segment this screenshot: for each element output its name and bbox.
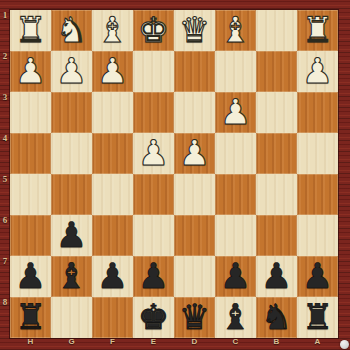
square-f8[interactable] xyxy=(92,297,133,338)
file-label-e: E xyxy=(133,337,174,350)
square-a6[interactable] xyxy=(297,215,338,256)
file-label-a: A xyxy=(297,337,338,350)
square-d1[interactable]: ♛ xyxy=(174,10,215,51)
square-b7[interactable]: ♟ xyxy=(256,256,297,297)
piece-black-pawn[interactable]: ♟ xyxy=(138,259,169,294)
piece-black-king[interactable]: ♚ xyxy=(138,300,169,335)
piece-white-pawn[interactable]: ♟ xyxy=(302,54,333,89)
piece-white-pawn[interactable]: ♟ xyxy=(220,95,251,130)
square-e1[interactable]: ♚ xyxy=(133,10,174,51)
square-g1[interactable]: ♞ xyxy=(51,10,92,51)
square-h7[interactable]: ♟ xyxy=(10,256,51,297)
square-f2[interactable]: ♟ xyxy=(92,51,133,92)
square-e3[interactable] xyxy=(133,92,174,133)
square-e7[interactable]: ♟ xyxy=(133,256,174,297)
white-turn-indicator xyxy=(340,340,349,349)
square-h6[interactable] xyxy=(10,215,51,256)
square-b6[interactable] xyxy=(256,215,297,256)
square-d2[interactable] xyxy=(174,51,215,92)
square-a5[interactable] xyxy=(297,174,338,215)
square-g3[interactable] xyxy=(51,92,92,133)
piece-white-pawn[interactable]: ♟ xyxy=(56,54,87,89)
piece-black-pawn[interactable]: ♟ xyxy=(220,259,251,294)
square-d5[interactable] xyxy=(174,174,215,215)
square-b3[interactable] xyxy=(256,92,297,133)
square-e5[interactable] xyxy=(133,174,174,215)
square-e4[interactable]: ♟ xyxy=(133,133,174,174)
piece-black-pawn[interactable]: ♟ xyxy=(15,259,46,294)
square-c7[interactable]: ♟ xyxy=(215,256,256,297)
square-g4[interactable] xyxy=(51,133,92,174)
piece-black-bishop[interactable]: ♝ xyxy=(56,259,87,294)
square-c8[interactable]: ♝ xyxy=(215,297,256,338)
square-h2[interactable]: ♟ xyxy=(10,51,51,92)
piece-black-pawn[interactable]: ♟ xyxy=(56,218,87,253)
square-h8[interactable]: ♜ xyxy=(10,297,51,338)
rank-label-7: 7 xyxy=(0,256,10,297)
square-c6[interactable] xyxy=(215,215,256,256)
square-a3[interactable] xyxy=(297,92,338,133)
piece-white-pawn[interactable]: ♟ xyxy=(179,136,210,171)
piece-black-pawn[interactable]: ♟ xyxy=(261,259,292,294)
square-b1[interactable] xyxy=(256,10,297,51)
square-c4[interactable] xyxy=(215,133,256,174)
rank-label-2: 2 xyxy=(0,51,10,92)
square-f6[interactable] xyxy=(92,215,133,256)
square-b8[interactable]: ♞ xyxy=(256,297,297,338)
piece-black-bishop[interactable]: ♝ xyxy=(220,300,251,335)
square-g8[interactable] xyxy=(51,297,92,338)
rank-label-6: 6 xyxy=(0,215,10,256)
square-h1[interactable]: ♜ xyxy=(10,10,51,51)
file-label-b: B xyxy=(256,337,297,350)
piece-white-rook[interactable]: ♜ xyxy=(302,13,333,48)
square-g7[interactable]: ♝ xyxy=(51,256,92,297)
square-b5[interactable] xyxy=(256,174,297,215)
piece-black-rook[interactable]: ♜ xyxy=(15,300,46,335)
chess-board: ♜♞♝♚♛♝♜♟♟♟♟♟♟♟♟♟♝♟♟♟♟♟♜♚♛♝♞♜ xyxy=(10,10,338,338)
file-label-h: H xyxy=(10,337,51,350)
square-a7[interactable]: ♟ xyxy=(297,256,338,297)
rank-label-5: 5 xyxy=(0,174,10,215)
square-c5[interactable] xyxy=(215,174,256,215)
square-a4[interactable] xyxy=(297,133,338,174)
piece-white-pawn[interactable]: ♟ xyxy=(15,54,46,89)
square-a8[interactable]: ♜ xyxy=(297,297,338,338)
piece-white-bishop[interactable]: ♝ xyxy=(220,13,251,48)
file-label-d: D xyxy=(174,337,215,350)
square-c1[interactable]: ♝ xyxy=(215,10,256,51)
piece-black-pawn[interactable]: ♟ xyxy=(97,259,128,294)
rank-label-1: 1 xyxy=(0,10,10,51)
square-d6[interactable] xyxy=(174,215,215,256)
chessboard-window: ♜♞♝♚♛♝♜♟♟♟♟♟♟♟♟♟♝♟♟♟♟♟♜♚♛♝♞♜ 12345678HGF… xyxy=(0,0,350,350)
piece-white-rook[interactable]: ♜ xyxy=(15,13,46,48)
square-f7[interactable]: ♟ xyxy=(92,256,133,297)
square-d4[interactable]: ♟ xyxy=(174,133,215,174)
square-g2[interactable]: ♟ xyxy=(51,51,92,92)
square-h3[interactable] xyxy=(10,92,51,133)
square-d3[interactable] xyxy=(174,92,215,133)
file-label-c: C xyxy=(215,337,256,350)
square-h4[interactable] xyxy=(10,133,51,174)
square-e8[interactable]: ♚ xyxy=(133,297,174,338)
square-g5[interactable] xyxy=(51,174,92,215)
rank-label-4: 4 xyxy=(0,133,10,174)
square-b4[interactable] xyxy=(256,133,297,174)
file-label-g: G xyxy=(51,337,92,350)
piece-white-bishop[interactable]: ♝ xyxy=(97,13,128,48)
square-a2[interactable]: ♟ xyxy=(297,51,338,92)
piece-black-knight[interactable]: ♞ xyxy=(261,300,292,335)
piece-white-king[interactable]: ♚ xyxy=(138,13,169,48)
square-h5[interactable] xyxy=(10,174,51,215)
square-f3[interactable] xyxy=(92,92,133,133)
square-a1[interactable]: ♜ xyxy=(297,10,338,51)
square-e2[interactable] xyxy=(133,51,174,92)
square-f1[interactable]: ♝ xyxy=(92,10,133,51)
file-label-f: F xyxy=(92,337,133,350)
rank-label-3: 3 xyxy=(0,92,10,133)
square-b2[interactable] xyxy=(256,51,297,92)
square-f4[interactable] xyxy=(92,133,133,174)
square-e6[interactable] xyxy=(133,215,174,256)
square-c3[interactable]: ♟ xyxy=(215,92,256,133)
piece-white-pawn[interactable]: ♟ xyxy=(97,54,128,89)
square-f5[interactable] xyxy=(92,174,133,215)
piece-black-queen[interactable]: ♛ xyxy=(179,300,210,335)
piece-black-pawn[interactable]: ♟ xyxy=(302,259,333,294)
piece-white-queen[interactable]: ♛ xyxy=(179,13,210,48)
rank-label-8: 8 xyxy=(0,297,10,338)
piece-black-rook[interactable]: ♜ xyxy=(302,300,333,335)
square-d7[interactable] xyxy=(174,256,215,297)
square-g6[interactable]: ♟ xyxy=(51,215,92,256)
piece-white-knight[interactable]: ♞ xyxy=(56,13,87,48)
square-d8[interactable]: ♛ xyxy=(174,297,215,338)
square-c2[interactable] xyxy=(215,51,256,92)
piece-white-pawn[interactable]: ♟ xyxy=(138,136,169,171)
